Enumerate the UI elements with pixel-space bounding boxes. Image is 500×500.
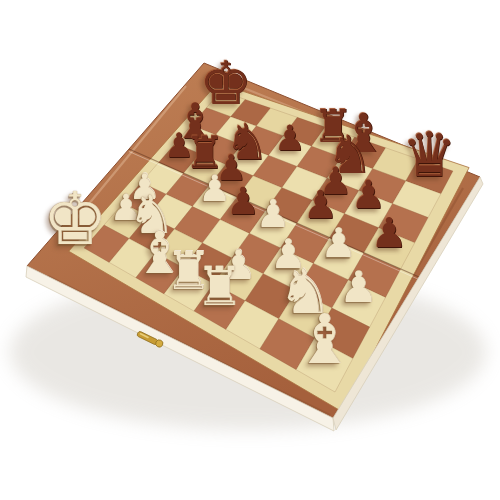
- chess-board: [0, 0, 500, 500]
- product-photo: ♚♛♜♜♝♝♞♞♟♟♟♟♟♟♟♟♜♜♝♝♞♞♟♟♟♟♟♟♟♟♚: [0, 0, 500, 500]
